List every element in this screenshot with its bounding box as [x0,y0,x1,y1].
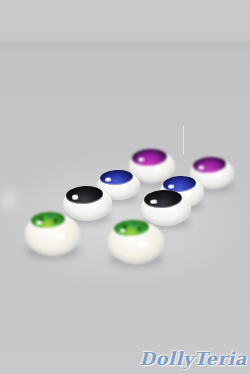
surface-smudge [0,183,24,217]
doll-eye-green-front-left [25,213,80,256]
watermark-logo: DollyTeria [139,348,247,369]
doll-eye-green-front-right [108,221,164,264]
surface-scratch [183,126,184,154]
backdrop-seam [0,42,250,46]
photo-doll-eyes: DollyTeria [0,0,250,374]
